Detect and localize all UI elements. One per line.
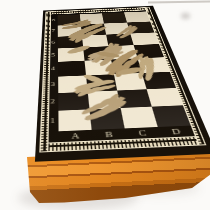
square-b4 [85,60,114,76]
square-c4 [111,58,142,74]
rank-label-1: 1 [48,117,58,126]
chess-board: ABCD87654321 [18,0,200,188]
square-a2 [58,91,89,110]
square-d2 [147,88,183,107]
rank-label-2: 2 [48,98,57,106]
square-a3 [58,75,88,92]
square-b6 [82,34,108,47]
square-a1 [58,110,91,132]
square-a5 [58,47,85,61]
file-label-a: A [68,130,84,141]
rank-label-5: 5 [49,52,57,58]
rank-label-3: 3 [49,81,58,88]
square-d3 [142,72,176,89]
rank-label-6: 6 [50,40,57,45]
square-b3 [86,74,117,91]
rank-label-7: 7 [50,29,57,34]
rank-label-4: 4 [49,66,57,72]
scene: ABCD87654321 [0,0,210,210]
board-face: ABCD87654321 [35,6,210,162]
meander-border-bottom [39,136,206,153]
background-smudge [181,13,190,19]
square-a6 [58,35,83,48]
rank-label-8: 8 [50,18,57,22]
square-b1 [90,108,125,130]
file-label-c: C [134,127,152,138]
file-label-b: B [101,129,118,140]
square-d5 [134,44,164,58]
square-c5 [108,45,137,59]
file-label-d: D [167,126,186,137]
square-d4 [138,57,170,73]
square-b2 [88,90,121,109]
square-a4 [58,61,86,77]
square-b5 [83,46,111,60]
